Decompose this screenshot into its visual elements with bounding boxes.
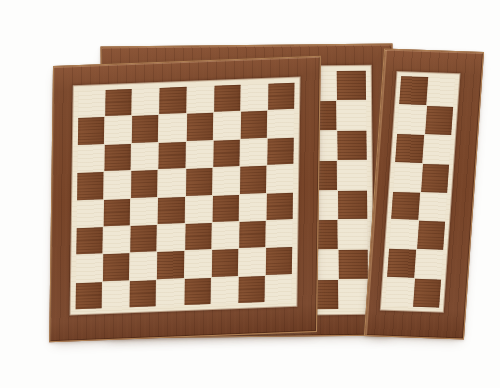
front-square-e4 — [185, 195, 211, 222]
front-square-b4 — [104, 199, 130, 226]
front-square-a1 — [76, 282, 102, 309]
front-square-d8 — [160, 87, 186, 114]
front-square-d4 — [158, 197, 184, 224]
right-square-r5c1 — [391, 191, 419, 220]
front-square-e2 — [184, 250, 210, 277]
right-square-r1c1 — [399, 76, 427, 105]
right-square-r8c1 — [385, 278, 413, 307]
right-square-r1c2 — [427, 77, 455, 106]
front-square-a2 — [76, 254, 102, 281]
front-square-a4 — [77, 200, 103, 227]
front-square-f7 — [213, 112, 239, 139]
front-square-b1 — [103, 281, 129, 308]
middle-square-h3 — [338, 220, 367, 249]
middle-square-h7 — [337, 101, 366, 130]
right-square-r3c2 — [423, 135, 451, 164]
right-square-r6c2 — [417, 221, 445, 250]
front-square-f3 — [212, 222, 238, 249]
front-square-g4 — [239, 193, 265, 220]
front-square-c4 — [131, 198, 157, 225]
front-square-g6 — [240, 139, 266, 166]
product-photo-canvas — [0, 0, 500, 388]
front-square-h2 — [266, 247, 292, 274]
front-square-f5 — [213, 167, 239, 194]
front-square-b7 — [105, 116, 131, 143]
front-square-h4 — [266, 192, 292, 219]
right-square-r7c2 — [415, 250, 443, 279]
middle-square-h5 — [338, 160, 367, 189]
front-square-e6 — [186, 141, 212, 168]
front-square-d1 — [157, 279, 183, 306]
front-square-h5 — [267, 165, 293, 192]
front-square-d5 — [158, 169, 184, 196]
front-square-h6 — [267, 138, 293, 165]
right-square-r4c1 — [393, 163, 421, 192]
front-square-g3 — [239, 221, 265, 248]
front-square-f1 — [211, 277, 237, 304]
front-square-e3 — [185, 223, 211, 250]
front-board-playing-field — [71, 78, 300, 315]
front-square-a6 — [78, 145, 104, 172]
front-square-d2 — [157, 251, 183, 278]
front-board-grid — [76, 83, 295, 310]
front-square-g5 — [240, 166, 266, 193]
right-square-r5c2 — [419, 192, 447, 221]
front-square-f6 — [213, 140, 239, 167]
front-square-d6 — [159, 142, 185, 169]
front-square-c6 — [132, 143, 158, 170]
front-square-g2 — [239, 248, 265, 275]
right-square-r6c1 — [389, 220, 417, 249]
front-square-f8 — [214, 85, 240, 112]
right-square-r3c1 — [395, 134, 423, 163]
front-square-g7 — [241, 111, 267, 138]
right-square-r7c1 — [387, 249, 415, 278]
middle-square-h6 — [337, 131, 366, 160]
front-square-b3 — [103, 226, 129, 253]
front-square-a7 — [78, 117, 104, 144]
right-board-playing-field — [381, 72, 460, 312]
middle-square-h1 — [339, 280, 368, 309]
middle-square-h2 — [339, 250, 368, 279]
front-square-e1 — [184, 278, 210, 305]
front-square-c3 — [131, 225, 157, 252]
right-board — [364, 49, 484, 340]
right-board-grid — [385, 76, 455, 307]
middle-square-h4 — [338, 190, 367, 219]
front-square-e5 — [186, 168, 212, 195]
front-square-e8 — [187, 86, 213, 113]
front-square-g8 — [241, 84, 267, 111]
front-square-d7 — [159, 114, 185, 141]
front-square-f2 — [212, 249, 238, 276]
front-square-b8 — [105, 89, 131, 116]
front-square-a5 — [77, 172, 103, 199]
front-square-b2 — [103, 253, 129, 280]
right-square-r2c2 — [425, 106, 453, 135]
front-square-g1 — [238, 276, 264, 303]
front-square-a8 — [78, 90, 104, 117]
front-square-f4 — [212, 194, 238, 221]
front-square-c2 — [130, 252, 156, 279]
front-square-c5 — [131, 170, 157, 197]
front-square-b5 — [104, 171, 130, 198]
front-square-e7 — [186, 113, 212, 140]
front-square-c1 — [130, 280, 156, 307]
front-square-h1 — [265, 275, 291, 302]
front-square-b6 — [105, 144, 131, 171]
front-square-h7 — [268, 110, 294, 137]
right-square-r8c2 — [413, 279, 441, 308]
front-square-c8 — [132, 88, 158, 115]
front-square-h3 — [266, 220, 292, 247]
front-square-a3 — [76, 227, 102, 254]
middle-square-h8 — [337, 71, 366, 100]
right-square-r2c1 — [397, 105, 425, 134]
front-square-h8 — [268, 83, 294, 110]
front-square-d3 — [158, 224, 184, 251]
front-board — [49, 56, 321, 343]
right-square-r4c2 — [421, 164, 449, 193]
front-square-c7 — [132, 115, 158, 142]
